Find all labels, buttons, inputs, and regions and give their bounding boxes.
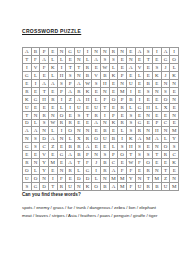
grid-cell: E [153, 159, 162, 167]
grid-cell: E [170, 167, 179, 175]
grid-cell: S [75, 112, 84, 120]
grid-cell: T [144, 175, 153, 183]
word-list-line-1: spots / enemy / grass / fur / trunk / da… [22, 205, 174, 210]
grid-cell: A [40, 56, 49, 64]
grid-cell: A [75, 80, 84, 88]
grid-cell: N [32, 159, 41, 167]
grid-cell: Z [162, 175, 171, 183]
grid-cell: G [23, 143, 32, 151]
grid-cell: A [162, 48, 171, 56]
grid-cell: A [136, 48, 145, 56]
grid-cell: R [118, 120, 127, 128]
grid-cell: A [32, 127, 41, 135]
grid-cell: N [58, 135, 67, 143]
grid-cell: F [101, 96, 110, 104]
grid-cell: Y [40, 159, 49, 167]
grid-cell: M [170, 183, 179, 191]
grid-cell: O [170, 56, 179, 64]
grid-cell: I [84, 48, 93, 56]
grid-cell: H [84, 96, 93, 104]
grid-cell: N [162, 80, 171, 88]
grid-cell: B [101, 127, 110, 135]
grid-cell: A [110, 167, 119, 175]
grid-cell: T [23, 56, 32, 64]
grid-cell: N [118, 48, 127, 56]
grid-cell: E [136, 80, 145, 88]
grid-cell: H [153, 127, 162, 135]
grid-cell: X [162, 104, 171, 112]
grid-cell: H [58, 72, 67, 80]
grid-cell: R [66, 167, 75, 175]
grid-cell: G [58, 151, 67, 159]
grid-cell: E [84, 120, 93, 128]
grid-cell: P [58, 88, 67, 96]
grid-cell: L [92, 96, 101, 104]
grid-cell: S [127, 127, 136, 135]
grid-cell: A [92, 56, 101, 64]
grid-cell: F [127, 167, 136, 175]
grid-cell: B [153, 183, 162, 191]
grid-cell: E [136, 56, 145, 64]
grid-cell: R [144, 167, 153, 175]
grid-cell: Z [66, 96, 75, 104]
grid-cell: E [153, 56, 162, 64]
grid-cell: E [32, 104, 41, 112]
grid-cell: E [144, 143, 153, 151]
grid-cell: S [153, 64, 162, 72]
grid-cell: C [162, 120, 171, 128]
grid-cell: A [92, 120, 101, 128]
grid-cell: K [110, 72, 119, 80]
grid-cell: Y [127, 175, 136, 183]
grid-cell: O [32, 175, 41, 183]
grid-cell: S [32, 143, 41, 151]
grid-cell: E [153, 112, 162, 120]
grid-cell: M [118, 175, 127, 183]
grid-cell: E [127, 72, 136, 80]
grid-cell: L [49, 127, 58, 135]
grid-cell: S [127, 120, 136, 128]
grid-cell: M [49, 159, 58, 167]
grid-cell: B [127, 96, 136, 104]
grid-cell: D [75, 175, 84, 183]
grid-cell: A [66, 159, 75, 167]
grid-cell: L [162, 135, 171, 143]
grid-cell: W [101, 64, 110, 72]
grid-cell: R [162, 151, 171, 159]
grid-cell: E [118, 64, 127, 72]
grid-cell: L [75, 167, 84, 175]
grid-cell: T [101, 104, 110, 112]
grid-cell: E [92, 88, 101, 96]
grid-cell: W [49, 120, 58, 128]
grid-cell: I [153, 48, 162, 56]
grid-cell: B [101, 72, 110, 80]
grid-cell: J [162, 72, 171, 80]
grid-cell: E [110, 80, 119, 88]
grid-cell: O [144, 159, 153, 167]
grid-cell: L [127, 104, 136, 112]
grid-cell: U [101, 135, 110, 143]
grid-cell: E [49, 88, 58, 96]
grid-cell: M [153, 175, 162, 183]
grid-cell: N [136, 175, 145, 183]
grid-cell: O [92, 135, 101, 143]
page-title: CROSSWORD PUZZLE [22, 28, 81, 34]
grid-cell: U [66, 183, 75, 191]
grid-cell: A [127, 64, 136, 72]
grid-cell: B [101, 183, 110, 191]
grid-cell: G [32, 96, 41, 104]
grid-cell: R [49, 96, 58, 104]
grid-cell: A [110, 183, 119, 191]
grid-cell: E [92, 64, 101, 72]
grid-cell: I [58, 127, 67, 135]
grid-cell: Y [40, 167, 49, 175]
grid-cell: A [75, 96, 84, 104]
word-list-line-2: meat / leaves / stripes / Asia / feather… [22, 213, 174, 218]
grid-cell: V [32, 64, 41, 72]
grid-cell: P [84, 151, 93, 159]
grid-cell: E [92, 143, 101, 151]
grid-cell: E [144, 120, 153, 128]
grid-cell: M [110, 175, 119, 183]
grid-cell: N [58, 48, 67, 56]
grid-cell: A [23, 127, 32, 135]
grid-cell: B [84, 72, 93, 80]
grid-cell: E [162, 112, 171, 120]
grid-cell: S [162, 88, 171, 96]
grid-cell: V [40, 151, 49, 159]
grid-cell: R [58, 183, 67, 191]
grid-cell: L [32, 120, 41, 128]
grid-cell: T [40, 88, 49, 96]
grid-cell: N [75, 56, 84, 64]
grid-cell: F [136, 159, 145, 167]
grid-cell: O [92, 183, 101, 191]
grid-cell: I [23, 64, 32, 72]
grid-cell: N [153, 143, 162, 151]
grid-cell: H [144, 104, 153, 112]
grid-cell: U [75, 48, 84, 56]
grid-cell: B [75, 151, 84, 159]
grid-cell: V [92, 72, 101, 80]
grid-cell: N [101, 175, 110, 183]
grid-cell: K [170, 159, 179, 167]
grid-cell: U [23, 104, 32, 112]
grid-cell: D [23, 120, 32, 128]
grid-cell: E [49, 104, 58, 112]
grid-cell: K [23, 96, 32, 104]
grid-cell: G [162, 56, 171, 64]
grid-cell: D [84, 175, 93, 183]
grid-cell: K [170, 72, 179, 80]
grid-cell: M [170, 127, 179, 135]
grid-cell: H [40, 96, 49, 104]
grid-cell: F [127, 183, 136, 191]
grid-cell: A [136, 135, 145, 143]
grid-cell: E [75, 120, 84, 128]
grid-cell: E [170, 88, 179, 96]
grid-cell: N [75, 183, 84, 191]
grid-cell: A [40, 80, 49, 88]
grid-cell: C [110, 159, 119, 167]
grid-cell: T [66, 64, 75, 72]
grid-cell: D [40, 183, 49, 191]
grid-cell: C [40, 143, 49, 151]
grid-cell: E [118, 159, 127, 167]
grid-cell: S [110, 56, 119, 64]
grid-cell: N [75, 72, 84, 80]
grid-cell: P [110, 151, 119, 159]
grid-cell: E [49, 48, 58, 56]
grid-cell: P [40, 48, 49, 56]
grid-cell: E [92, 127, 101, 135]
grid-cell: E [110, 104, 119, 112]
grid-cell: B [101, 159, 110, 167]
grid-cell: N [170, 96, 179, 104]
grid-cell: P [118, 72, 127, 80]
grid-cell: E [153, 80, 162, 88]
grid-cell: G [136, 120, 145, 128]
grid-cell: L [118, 127, 127, 135]
grid-cell: K [153, 72, 162, 80]
grid-cell: N [127, 56, 136, 64]
grid-cell: K [110, 120, 119, 128]
grid-cell: E [49, 151, 58, 159]
grid-cell: N [84, 127, 93, 135]
grid-cell: B [32, 48, 41, 56]
grid-cell: F [32, 56, 41, 64]
grid-cell: U [162, 183, 171, 191]
grid-cell: E [110, 88, 119, 96]
grid-cell: M [118, 88, 127, 96]
grid-cell: K [49, 64, 58, 72]
grid-cell: L [58, 56, 67, 64]
grid-cell: N [118, 80, 127, 88]
grid-cell: E [40, 104, 49, 112]
grid-cell: S [40, 120, 49, 128]
grid-cell: U [23, 175, 32, 183]
grid-cell: W [127, 159, 136, 167]
grid-cell: S [136, 143, 145, 151]
grid-cell: N [144, 127, 153, 135]
grid-cell: T [162, 167, 171, 175]
grid-cell: K [84, 183, 93, 191]
grid-cell: E [32, 88, 41, 96]
grid-cell: E [58, 159, 67, 167]
grid-cell: N [153, 167, 162, 175]
grid-cell: T [23, 112, 32, 120]
grid-cell: S [66, 72, 75, 80]
grid-cell: E [101, 143, 110, 151]
grid-cell: U [127, 80, 136, 88]
grid-cell: F [118, 167, 127, 175]
grid-cell: E [170, 104, 179, 112]
grid-cell: A [49, 135, 58, 143]
grid-cell: E [170, 120, 179, 128]
grid-cell: O [118, 151, 127, 159]
grid-cell: E [136, 112, 145, 120]
grid-cell: F [84, 159, 93, 167]
grid-cell: E [66, 175, 75, 183]
grid-cell: E [144, 96, 153, 104]
grid-cell: N [40, 175, 49, 183]
grid-cell: B [110, 135, 119, 143]
grid-cell: R [84, 135, 93, 143]
grid-cell: I [32, 80, 41, 88]
grid-cell: I [49, 175, 58, 183]
grid-cell: R [58, 120, 67, 128]
grid-cell: K [84, 88, 93, 96]
grid-cell: I [58, 64, 67, 72]
grid-cell: D [40, 135, 49, 143]
grid-cell: E [136, 88, 145, 96]
grid-cell: E [66, 56, 75, 64]
grid-cell: T [144, 56, 153, 64]
grid-cell: L [170, 64, 179, 72]
grid-cell: I [101, 112, 110, 120]
grid-cell: S [101, 151, 110, 159]
grid-cell: X [75, 135, 84, 143]
grid-cell: R [75, 143, 84, 151]
grid-cell: V [136, 64, 145, 72]
grid-cell: T [84, 112, 93, 120]
grid-cell: A [49, 80, 58, 88]
grid-cell: I [58, 96, 67, 104]
grid-cell: L [110, 143, 119, 151]
grid-cell: R [23, 88, 32, 96]
grid-cell: K [127, 135, 136, 143]
grid-cell: B [144, 80, 153, 88]
grid-cell: R [23, 159, 32, 167]
grid-cell: R [136, 127, 145, 135]
grid-cell: S [101, 56, 110, 64]
grid-cell: R [84, 64, 93, 72]
grid-cell: S [92, 80, 101, 88]
grid-cell: Z [49, 143, 58, 151]
grid-cell: H [127, 143, 136, 151]
grid-cell: G [66, 48, 75, 56]
grid-cell: I [136, 96, 145, 104]
grid-cell: O [66, 127, 75, 135]
grid-cell: L [92, 175, 101, 183]
grid-cell: G [23, 72, 32, 80]
grid-cell: F [58, 175, 67, 183]
grid-cell: L [32, 72, 41, 80]
grid-cell: N [101, 48, 110, 56]
grid-cell: I [118, 135, 127, 143]
grid-cell: N [170, 175, 179, 183]
grid-cell: O [23, 167, 32, 175]
grid-cell: L [136, 72, 145, 80]
grid-cell: E [110, 127, 119, 135]
grid-cell: S [23, 183, 32, 191]
grid-cell: L [58, 104, 67, 112]
grid-cell: U [136, 183, 145, 191]
grid-cell: A [23, 48, 32, 56]
grid-cell: N [162, 127, 171, 135]
grid-cell: L [84, 56, 93, 64]
grid-cell: I [170, 48, 179, 56]
grid-cell: N [170, 80, 179, 88]
grid-cell: N [49, 112, 58, 120]
grid-cell: J [92, 159, 101, 167]
grid-cell: N [58, 167, 67, 175]
grid-cell: S [58, 80, 67, 88]
grid-cell: E [66, 112, 75, 120]
grid-cell: N [40, 127, 49, 135]
grid-cell: E [118, 112, 127, 120]
grid-cell: R [92, 112, 101, 120]
grid-cell: E [23, 151, 32, 159]
grid-cell: A [66, 151, 75, 159]
grid-cell: P [118, 96, 127, 104]
grid-cell: M [144, 135, 153, 143]
grid-cell: L [153, 104, 162, 112]
grid-cell: T [75, 159, 84, 167]
grid-cell: W [84, 80, 93, 88]
grid-cell: I [127, 88, 136, 96]
grid-cell: B [66, 143, 75, 151]
grid-cell: E [118, 56, 127, 64]
grid-cell: S [32, 135, 41, 143]
grid-cell: R [118, 104, 127, 112]
grid-cell: T [127, 151, 136, 159]
grid-cell: A [153, 135, 162, 143]
grid-cell: T [153, 151, 162, 159]
grid-cell: H [101, 80, 110, 88]
grid-cell: J [162, 64, 171, 72]
grid-cell: M [118, 183, 127, 191]
grid-cell: N [32, 112, 41, 120]
grid-cell: O [162, 96, 171, 104]
grid-cell: O [162, 143, 171, 151]
grid-cell: S [170, 143, 179, 151]
grid-cell: S [144, 151, 153, 159]
grid-cell: U [92, 104, 101, 112]
grid-cell: S [136, 151, 145, 159]
grid-cell: P [66, 80, 75, 88]
word-grid: ABPENGUINNRNEASIAITFALLENLASSENETEGOIVFK… [22, 47, 179, 191]
grid-cell: E [32, 151, 41, 159]
grid-cell: R [75, 88, 84, 96]
grid-cell: O [110, 96, 119, 104]
grid-cell: E [153, 96, 162, 104]
grid-cell: E [49, 167, 58, 175]
grid-cell: L [49, 56, 58, 64]
grid-cell: N [23, 135, 32, 143]
grid-cell: E [40, 72, 49, 80]
grid-cell: E [144, 72, 153, 80]
grid-cell: L [49, 72, 58, 80]
grid-cell: E [136, 167, 145, 175]
grid-cell: S [144, 88, 153, 96]
grid-cell: S [144, 48, 153, 56]
grid-cell: R [40, 112, 49, 120]
grid-cell: L [66, 135, 75, 143]
grid-cell: S [118, 143, 127, 151]
grid-cell: C [170, 151, 179, 159]
grid-cell: N [170, 112, 179, 120]
grid-cell: G [32, 183, 41, 191]
grid-cell: A [66, 88, 75, 96]
grid-cell: R [101, 167, 110, 175]
grid-cell: E [84, 104, 93, 112]
grid-cell: G [84, 167, 93, 175]
grid-cell: N [92, 151, 101, 159]
grid-cell: T [49, 183, 58, 191]
